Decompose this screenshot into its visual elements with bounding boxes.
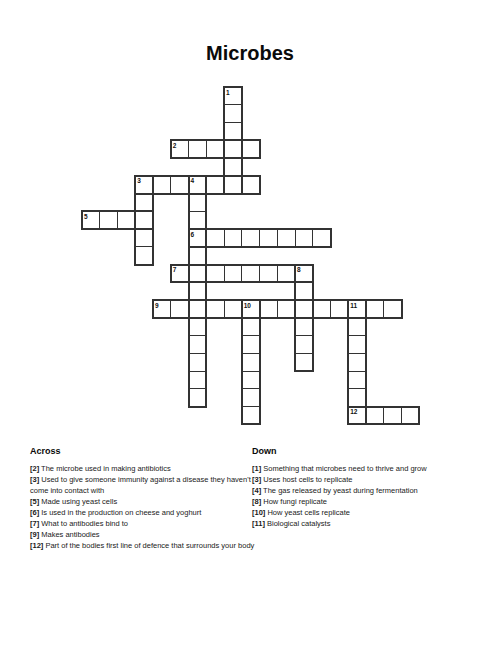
grid-line bbox=[401, 407, 402, 425]
clue-number-8: 8 bbox=[297, 266, 301, 273]
down-header: Down bbox=[252, 446, 462, 457]
clue-number-label: [3] bbox=[252, 475, 261, 484]
clue-number-label: [11] bbox=[252, 519, 265, 528]
grid-line bbox=[348, 317, 366, 318]
grid-line bbox=[242, 353, 260, 354]
clue-down-4: [4] The gas released by yeast during fer… bbox=[252, 485, 462, 496]
clue-number-2: 2 bbox=[173, 142, 177, 149]
grid-line bbox=[242, 388, 260, 389]
grid-line bbox=[277, 265, 278, 283]
grid-line bbox=[224, 265, 225, 283]
grid-line bbox=[277, 229, 278, 247]
down-clue-list: [1] Something that microbes need to thri… bbox=[252, 463, 462, 529]
grid-line bbox=[295, 353, 313, 354]
grid-line bbox=[206, 140, 207, 158]
grid-line bbox=[189, 388, 207, 389]
grid-line bbox=[312, 300, 313, 318]
grid-line bbox=[188, 140, 189, 158]
puzzle-title: Microbes bbox=[0, 42, 500, 64]
grid-line bbox=[224, 300, 225, 318]
grid-line bbox=[224, 104, 242, 105]
crossword-grid: 123456789101112 bbox=[82, 87, 420, 425]
grid-line bbox=[188, 265, 189, 283]
grid-line bbox=[242, 335, 260, 336]
grid-line bbox=[348, 335, 366, 336]
clue-number-label: [12] bbox=[30, 541, 43, 550]
grid-line bbox=[135, 246, 153, 247]
grid-line bbox=[241, 176, 242, 194]
across-header: Across bbox=[30, 446, 260, 457]
clue-number-1: 1 bbox=[226, 89, 230, 96]
grid-line bbox=[224, 229, 225, 247]
clue-across-9: [9] Makes antibodies bbox=[30, 529, 260, 540]
clue-number-label: [2] bbox=[30, 464, 39, 473]
grid-line bbox=[206, 300, 207, 318]
grid-line bbox=[117, 211, 118, 229]
grid-line bbox=[242, 406, 260, 407]
grid-line bbox=[170, 300, 171, 318]
grid-line bbox=[348, 353, 366, 354]
clue-number-label: [4] bbox=[252, 486, 261, 495]
grid-line bbox=[189, 353, 207, 354]
clue-number-12: 12 bbox=[350, 408, 357, 415]
grid-line bbox=[366, 407, 367, 425]
clue-number-label: [10] bbox=[252, 508, 265, 517]
grid-line bbox=[259, 229, 260, 247]
grid-line bbox=[295, 335, 313, 336]
grid-line bbox=[189, 371, 207, 372]
grid-line bbox=[170, 176, 171, 194]
grid-line bbox=[259, 265, 260, 283]
clue-number-11: 11 bbox=[350, 302, 357, 309]
grid-line bbox=[189, 335, 207, 336]
grid-line bbox=[135, 211, 136, 229]
grid-line bbox=[348, 388, 366, 389]
clue-number-7: 7 bbox=[173, 266, 177, 273]
grid-line bbox=[277, 300, 278, 318]
grid-line bbox=[295, 300, 296, 318]
clue-number-5: 5 bbox=[84, 213, 88, 220]
clue-number-label: [6] bbox=[30, 508, 39, 517]
grid-line bbox=[188, 300, 189, 318]
clue-number-4: 4 bbox=[191, 177, 195, 184]
grid-line bbox=[99, 211, 100, 229]
word-4-down bbox=[188, 175, 208, 408]
grid-line bbox=[383, 300, 384, 318]
clue-across-2: [2] The microbe used in making antibioti… bbox=[30, 463, 260, 474]
grid-line bbox=[224, 140, 225, 158]
grid-line bbox=[206, 265, 207, 283]
clue-across-5: [5] Made using yeast cells bbox=[30, 496, 260, 507]
clue-number-label: [5] bbox=[30, 497, 39, 506]
crossword-page: Microbes 123456789101112 Across [2] The … bbox=[0, 0, 500, 647]
grid-line bbox=[312, 229, 313, 247]
clue-number-label: [8] bbox=[252, 497, 261, 506]
grid-line bbox=[295, 229, 296, 247]
grid-line bbox=[189, 193, 207, 194]
clue-down-10: [10] How yeast cells replicate bbox=[252, 507, 462, 518]
across-clue-list: [2] The microbe used in making antibioti… bbox=[30, 463, 260, 551]
clue-down-1: [1] Something that microbes need to thri… bbox=[252, 463, 462, 474]
grid-line bbox=[241, 265, 242, 283]
clue-down-8: [8] How fungi replicate bbox=[252, 496, 462, 507]
grid-line bbox=[242, 317, 260, 318]
down-clues-section: Down [1] Something that microbes need to… bbox=[252, 446, 462, 529]
clue-across-3: [3] Used to give someone immunity agains… bbox=[30, 474, 260, 496]
grid-line bbox=[348, 371, 366, 372]
clue-number-10: 10 bbox=[244, 302, 251, 309]
grid-line bbox=[295, 282, 313, 283]
word-2-across bbox=[170, 139, 261, 159]
clue-number-6: 6 bbox=[191, 231, 195, 238]
grid-line bbox=[224, 122, 242, 123]
clue-number-label: [1] bbox=[252, 464, 261, 473]
grid-line bbox=[242, 371, 260, 372]
across-clues-section: Across [2] The microbe used in making an… bbox=[30, 446, 260, 551]
clue-number-9: 9 bbox=[155, 302, 159, 309]
clue-across-7: [7] What to antibodies bind to bbox=[30, 518, 260, 529]
grid-line bbox=[241, 229, 242, 247]
grid-line bbox=[224, 176, 225, 194]
grid-line bbox=[135, 193, 153, 194]
grid-line bbox=[189, 211, 207, 212]
clue-number-label: [9] bbox=[30, 530, 39, 539]
grid-line bbox=[383, 407, 384, 425]
grid-line bbox=[330, 300, 331, 318]
clue-across-6: [6] Is used in the production on cheese … bbox=[30, 507, 260, 518]
grid-line bbox=[206, 229, 207, 247]
clue-number-label: [7] bbox=[30, 519, 39, 528]
grid-line bbox=[241, 140, 242, 158]
clue-across-12: [12] Part of the bodies first line of de… bbox=[30, 540, 260, 551]
clue-down-3: [3] Uses host cells to replicate bbox=[252, 474, 462, 485]
clue-number-label: [3] bbox=[30, 475, 39, 484]
clue-down-11: [11] Biological catalysts bbox=[252, 518, 462, 529]
